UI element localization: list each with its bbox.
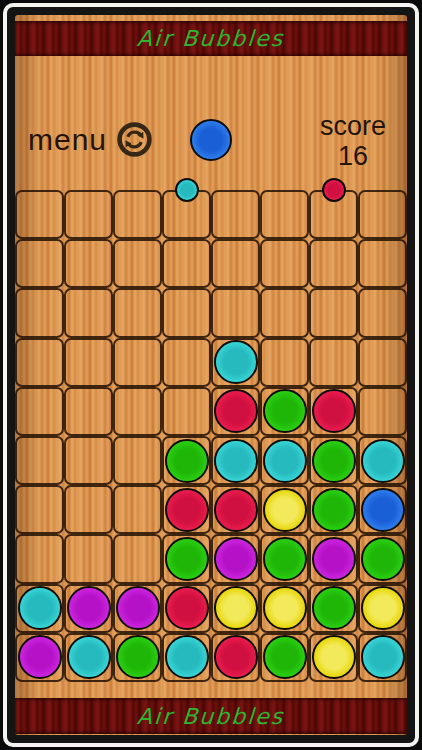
board-cell-r7c7 bbox=[309, 485, 358, 534]
board-cell-r2c4 bbox=[162, 239, 211, 288]
yellow-bubble[interactable] bbox=[312, 635, 356, 679]
board-cell-r6c7 bbox=[309, 436, 358, 485]
cyan-bubble[interactable] bbox=[361, 635, 405, 679]
magenta-bubble[interactable] bbox=[214, 537, 258, 581]
board-cell-r9c4 bbox=[162, 584, 211, 633]
magenta-bubble[interactable] bbox=[116, 586, 160, 630]
blue-bubble[interactable] bbox=[361, 488, 405, 532]
board-cell-r4c2 bbox=[64, 338, 113, 387]
board-cell-r6c1 bbox=[15, 436, 64, 485]
board-cell-r3c5 bbox=[211, 288, 260, 337]
green-bubble[interactable] bbox=[165, 439, 209, 483]
board-cell-r8c6 bbox=[260, 534, 309, 583]
magenta-bubble[interactable] bbox=[18, 635, 62, 679]
device-frame: Air Bubbles menu score 16 Air Bubbles bbox=[0, 0, 422, 750]
board-cell-r1c3 bbox=[113, 190, 162, 239]
board-cell-r8c4 bbox=[162, 534, 211, 583]
yellow-bubble[interactable] bbox=[263, 586, 307, 630]
board-cell-r2c7 bbox=[309, 239, 358, 288]
board-cell-r3c4 bbox=[162, 288, 211, 337]
board-cell-r10c8 bbox=[358, 633, 407, 682]
board-cell-r8c7 bbox=[309, 534, 358, 583]
board-cell-r4c1 bbox=[15, 338, 64, 387]
board-cell-r7c8 bbox=[358, 485, 407, 534]
bezel: Air Bubbles menu score 16 Air Bubbles bbox=[3, 3, 419, 747]
score-label: score bbox=[307, 111, 399, 141]
incoming-red-bubble bbox=[322, 178, 346, 202]
board-cell-r7c3 bbox=[113, 485, 162, 534]
board-cell-r5c2 bbox=[64, 387, 113, 436]
board-cell-r7c4 bbox=[162, 485, 211, 534]
score-value: 16 bbox=[307, 141, 399, 171]
board-cell-r6c2 bbox=[64, 436, 113, 485]
board-cell-r3c2 bbox=[64, 288, 113, 337]
cyan-bubble[interactable] bbox=[361, 439, 405, 483]
board-cell-r8c8 bbox=[358, 534, 407, 583]
bottom-title-bar: Air Bubbles bbox=[15, 698, 407, 734]
board-cell-r7c6 bbox=[260, 485, 309, 534]
board-cell-r1c8 bbox=[358, 190, 407, 239]
board-cell-r3c8 bbox=[358, 288, 407, 337]
red-bubble[interactable] bbox=[214, 389, 258, 433]
red-bubble[interactable] bbox=[165, 586, 209, 630]
board-cell-r6c8 bbox=[358, 436, 407, 485]
magenta-bubble[interactable] bbox=[67, 586, 111, 630]
game-title-top: Air Bubbles bbox=[136, 26, 285, 51]
magenta-bubble[interactable] bbox=[312, 537, 356, 581]
cyan-bubble[interactable] bbox=[165, 635, 209, 679]
red-bubble[interactable] bbox=[214, 635, 258, 679]
board-cell-r2c5 bbox=[211, 239, 260, 288]
board-cell-r8c2 bbox=[64, 534, 113, 583]
board-cell-r10c1 bbox=[15, 633, 64, 682]
board-cell-r8c5 bbox=[211, 534, 260, 583]
board bbox=[15, 190, 407, 682]
board-cell-r9c5 bbox=[211, 584, 260, 633]
board-cell-r5c7 bbox=[309, 387, 358, 436]
cyan-bubble[interactable] bbox=[214, 439, 258, 483]
green-bubble[interactable] bbox=[263, 537, 307, 581]
green-bubble[interactable] bbox=[361, 537, 405, 581]
board-cell-r6c3 bbox=[113, 436, 162, 485]
board-cell-r5c5 bbox=[211, 387, 260, 436]
game-title-bottom: Air Bubbles bbox=[136, 704, 285, 729]
game-screen: Air Bubbles menu score 16 Air Bubbles bbox=[15, 15, 407, 735]
board-cell-r2c8 bbox=[358, 239, 407, 288]
board-cell-r9c7 bbox=[309, 584, 358, 633]
board-cell-r10c4 bbox=[162, 633, 211, 682]
board-cell-r9c8 bbox=[358, 584, 407, 633]
board-cell-r7c5 bbox=[211, 485, 260, 534]
board-cell-r6c5 bbox=[211, 436, 260, 485]
board-cell-r9c6 bbox=[260, 584, 309, 633]
board-cell-r10c7 bbox=[309, 633, 358, 682]
refresh-icon[interactable] bbox=[116, 121, 153, 158]
board-cell-r4c6 bbox=[260, 338, 309, 387]
board-cell-r9c2 bbox=[64, 584, 113, 633]
yellow-bubble[interactable] bbox=[361, 586, 405, 630]
score-panel: score 16 bbox=[307, 111, 399, 171]
board-cell-r1c6 bbox=[260, 190, 309, 239]
red-bubble[interactable] bbox=[165, 488, 209, 532]
board-cell-r8c1 bbox=[15, 534, 64, 583]
board-cell-r3c3 bbox=[113, 288, 162, 337]
incoming-cyan-bubble bbox=[175, 178, 199, 202]
green-bubble[interactable] bbox=[263, 635, 307, 679]
board-cell-r4c4 bbox=[162, 338, 211, 387]
current-bubble-blue bbox=[190, 119, 232, 161]
green-bubble[interactable] bbox=[116, 635, 160, 679]
red-bubble[interactable] bbox=[312, 389, 356, 433]
green-bubble[interactable] bbox=[263, 389, 307, 433]
board-cell-r10c5 bbox=[211, 633, 260, 682]
board-cell-r7c2 bbox=[64, 485, 113, 534]
cyan-bubble[interactable] bbox=[263, 439, 307, 483]
cyan-bubble[interactable] bbox=[18, 586, 62, 630]
board-cell-r7c1 bbox=[15, 485, 64, 534]
board-cell-r1c2 bbox=[64, 190, 113, 239]
red-bubble[interactable] bbox=[214, 488, 258, 532]
board-cell-r5c1 bbox=[15, 387, 64, 436]
board-cell-r9c3 bbox=[113, 584, 162, 633]
board-cell-r1c1 bbox=[15, 190, 64, 239]
board-cell-r2c6 bbox=[260, 239, 309, 288]
board-cell-r4c3 bbox=[113, 338, 162, 387]
top-title-bar: Air Bubbles bbox=[15, 21, 407, 56]
green-bubble[interactable] bbox=[312, 488, 356, 532]
green-bubble[interactable] bbox=[165, 537, 209, 581]
board-cell-r3c1 bbox=[15, 288, 64, 337]
board-cell-r2c1 bbox=[15, 239, 64, 288]
menu-button[interactable]: menu bbox=[28, 123, 107, 157]
yellow-bubble[interactable] bbox=[263, 488, 307, 532]
board-cell-r5c4 bbox=[162, 387, 211, 436]
board-cell-r4c7 bbox=[309, 338, 358, 387]
board-cell-r3c7 bbox=[309, 288, 358, 337]
green-bubble[interactable] bbox=[312, 439, 356, 483]
board-cell-r10c2 bbox=[64, 633, 113, 682]
board-cell-r3c6 bbox=[260, 288, 309, 337]
cyan-bubble[interactable] bbox=[67, 635, 111, 679]
cyan-bubble[interactable] bbox=[214, 340, 258, 384]
board-cell-r10c6 bbox=[260, 633, 309, 682]
board-cell-r4c5 bbox=[211, 338, 260, 387]
board-cell-r6c4 bbox=[162, 436, 211, 485]
board-cell-r9c1 bbox=[15, 584, 64, 633]
yellow-bubble[interactable] bbox=[214, 586, 258, 630]
board-cell-r2c2 bbox=[64, 239, 113, 288]
board-cell-r6c6 bbox=[260, 436, 309, 485]
board-cell-r8c3 bbox=[113, 534, 162, 583]
board-cell-r5c8 bbox=[358, 387, 407, 436]
board-cell-r10c3 bbox=[113, 633, 162, 682]
board-cell-r4c8 bbox=[358, 338, 407, 387]
green-bubble[interactable] bbox=[312, 586, 356, 630]
board-cell-r1c5 bbox=[211, 190, 260, 239]
board-cell-r5c3 bbox=[113, 387, 162, 436]
board-cell-r5c6 bbox=[260, 387, 309, 436]
board-cell-r2c3 bbox=[113, 239, 162, 288]
